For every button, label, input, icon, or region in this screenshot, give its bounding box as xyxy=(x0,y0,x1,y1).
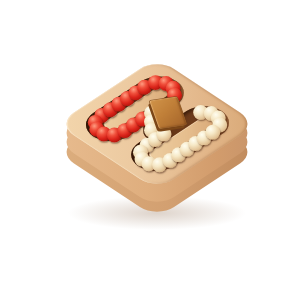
cream-ball[interactable] xyxy=(205,125,220,140)
puzzle-scene xyxy=(0,0,300,300)
